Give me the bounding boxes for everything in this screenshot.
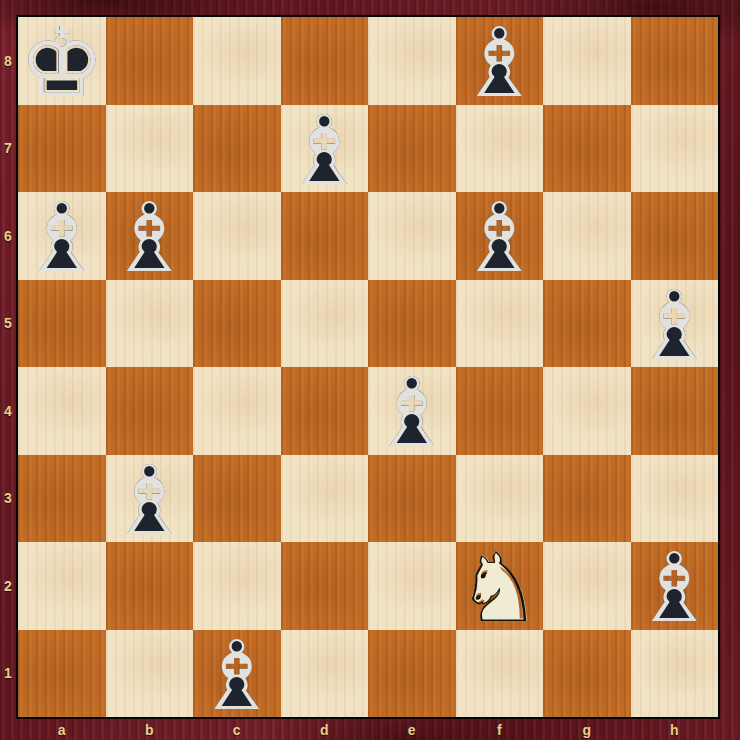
square-g3[interactable] xyxy=(543,455,631,543)
file-label-g: g xyxy=(543,719,631,740)
square-h1[interactable] xyxy=(631,630,719,718)
square-d8[interactable] xyxy=(281,17,369,105)
black-bishop-detail-glyph: ♗ xyxy=(369,370,455,458)
piece-black-bishop-e4[interactable]: ♝♗ xyxy=(368,367,456,455)
file-label-h: h xyxy=(631,719,719,740)
black-bishop-detail-glyph: ♗ xyxy=(106,458,192,546)
file-label-b: b xyxy=(106,719,194,740)
square-b6[interactable]: ♝♗ xyxy=(106,192,194,280)
square-g1[interactable] xyxy=(543,630,631,718)
black-bishop-detail-glyph: ♗ xyxy=(19,195,105,283)
square-b4[interactable] xyxy=(106,367,194,455)
black-bishop-detail-glyph: ♗ xyxy=(281,108,367,196)
square-b5[interactable] xyxy=(106,280,194,368)
square-h5[interactable]: ♝♗ xyxy=(631,280,719,368)
square-f2[interactable]: ♞♘ xyxy=(456,542,544,630)
black-bishop-detail-glyph: ♗ xyxy=(631,545,717,633)
square-h4[interactable] xyxy=(631,367,719,455)
square-g6[interactable] xyxy=(543,192,631,280)
square-c1[interactable]: ♝♗ xyxy=(193,630,281,718)
file-labels: abcdefgh xyxy=(18,719,718,740)
square-b1[interactable] xyxy=(106,630,194,718)
square-d5[interactable] xyxy=(281,280,369,368)
rank-label-3: 3 xyxy=(0,455,16,543)
black-bishop-detail-glyph: ♗ xyxy=(106,195,192,283)
square-a6[interactable]: ♝♗ xyxy=(18,192,106,280)
rank-label-4: 4 xyxy=(0,367,16,455)
chess-board: ♚♔♝♗♝♗♝♗♝♗♝♗♝♗♝♗♝♗♞♘♝♗♝♗ xyxy=(16,15,720,719)
square-f3[interactable] xyxy=(456,455,544,543)
square-d6[interactable] xyxy=(281,192,369,280)
square-c2[interactable] xyxy=(193,542,281,630)
square-c3[interactable] xyxy=(193,455,281,543)
square-e1[interactable] xyxy=(368,630,456,718)
square-a7[interactable] xyxy=(18,105,106,193)
square-g4[interactable] xyxy=(543,367,631,455)
square-e5[interactable] xyxy=(368,280,456,368)
square-d7[interactable]: ♝♗ xyxy=(281,105,369,193)
piece-black-bishop-f8[interactable]: ♝♗ xyxy=(456,17,544,105)
rank-label-6: 6 xyxy=(0,192,16,280)
square-d1[interactable] xyxy=(281,630,369,718)
rank-label-1: 1 xyxy=(0,630,16,718)
square-b2[interactable] xyxy=(106,542,194,630)
black-bishop-detail-glyph: ♗ xyxy=(631,283,717,371)
white-knight-detail-glyph: ♘ xyxy=(456,545,542,633)
piece-white-knight-f2[interactable]: ♞♘ xyxy=(456,542,544,630)
file-label-a: a xyxy=(18,719,106,740)
square-c4[interactable] xyxy=(193,367,281,455)
square-e8[interactable] xyxy=(368,17,456,105)
black-bishop-detail-glyph: ♗ xyxy=(194,633,280,721)
square-b8[interactable] xyxy=(106,17,194,105)
piece-black-bishop-b6[interactable]: ♝♗ xyxy=(106,192,194,280)
piece-black-king-a8[interactable]: ♚♔ xyxy=(18,17,106,105)
square-g8[interactable] xyxy=(543,17,631,105)
chess-diagram: ♚♔♝♗♝♗♝♗♝♗♝♗♝♗♝♗♝♗♞♘♝♗♝♗ 87654321 abcdef… xyxy=(0,0,740,740)
rank-label-7: 7 xyxy=(0,105,16,193)
square-e7[interactable] xyxy=(368,105,456,193)
black-bishop-detail-glyph: ♗ xyxy=(456,195,542,283)
file-label-c: c xyxy=(193,719,281,740)
square-f6[interactable]: ♝♗ xyxy=(456,192,544,280)
rank-label-5: 5 xyxy=(0,280,16,368)
file-label-f: f xyxy=(456,719,544,740)
square-a2[interactable] xyxy=(18,542,106,630)
square-e6[interactable] xyxy=(368,192,456,280)
square-f4[interactable] xyxy=(456,367,544,455)
square-f7[interactable] xyxy=(456,105,544,193)
square-e2[interactable] xyxy=(368,542,456,630)
square-b7[interactable] xyxy=(106,105,194,193)
square-b3[interactable]: ♝♗ xyxy=(106,455,194,543)
square-f5[interactable] xyxy=(456,280,544,368)
piece-black-bishop-f6[interactable]: ♝♗ xyxy=(456,192,544,280)
square-c6[interactable] xyxy=(193,192,281,280)
square-h8[interactable] xyxy=(631,17,719,105)
square-g7[interactable] xyxy=(543,105,631,193)
piece-black-bishop-h5[interactable]: ♝♗ xyxy=(631,280,719,368)
piece-black-bishop-h2[interactable]: ♝♗ xyxy=(631,542,719,630)
square-c5[interactable] xyxy=(193,280,281,368)
square-d3[interactable] xyxy=(281,455,369,543)
square-g5[interactable] xyxy=(543,280,631,368)
rank-labels: 87654321 xyxy=(0,17,16,717)
square-h3[interactable] xyxy=(631,455,719,543)
piece-black-bishop-c1[interactable]: ♝♗ xyxy=(193,630,281,718)
square-g2[interactable] xyxy=(543,542,631,630)
square-e3[interactable] xyxy=(368,455,456,543)
square-e4[interactable]: ♝♗ xyxy=(368,367,456,455)
file-label-e: e xyxy=(368,719,456,740)
square-a1[interactable] xyxy=(18,630,106,718)
square-c7[interactable] xyxy=(193,105,281,193)
square-c8[interactable] xyxy=(193,17,281,105)
square-f8[interactable]: ♝♗ xyxy=(456,17,544,105)
piece-black-bishop-a6[interactable]: ♝♗ xyxy=(18,192,106,280)
square-h7[interactable] xyxy=(631,105,719,193)
square-d4[interactable] xyxy=(281,367,369,455)
square-a5[interactable] xyxy=(18,280,106,368)
square-a8[interactable]: ♚♔ xyxy=(18,17,106,105)
square-a3[interactable] xyxy=(18,455,106,543)
black-king-detail-glyph: ♔ xyxy=(19,20,105,108)
rank-label-2: 2 xyxy=(0,542,16,630)
square-f1[interactable] xyxy=(456,630,544,718)
square-h2[interactable]: ♝♗ xyxy=(631,542,719,630)
square-a4[interactable] xyxy=(18,367,106,455)
piece-black-bishop-d7[interactable]: ♝♗ xyxy=(281,105,369,193)
rank-label-8: 8 xyxy=(0,17,16,105)
file-label-d: d xyxy=(281,719,369,740)
black-bishop-detail-glyph: ♗ xyxy=(456,20,542,108)
square-h6[interactable] xyxy=(631,192,719,280)
square-d2[interactable] xyxy=(281,542,369,630)
piece-black-bishop-b3[interactable]: ♝♗ xyxy=(106,455,194,543)
